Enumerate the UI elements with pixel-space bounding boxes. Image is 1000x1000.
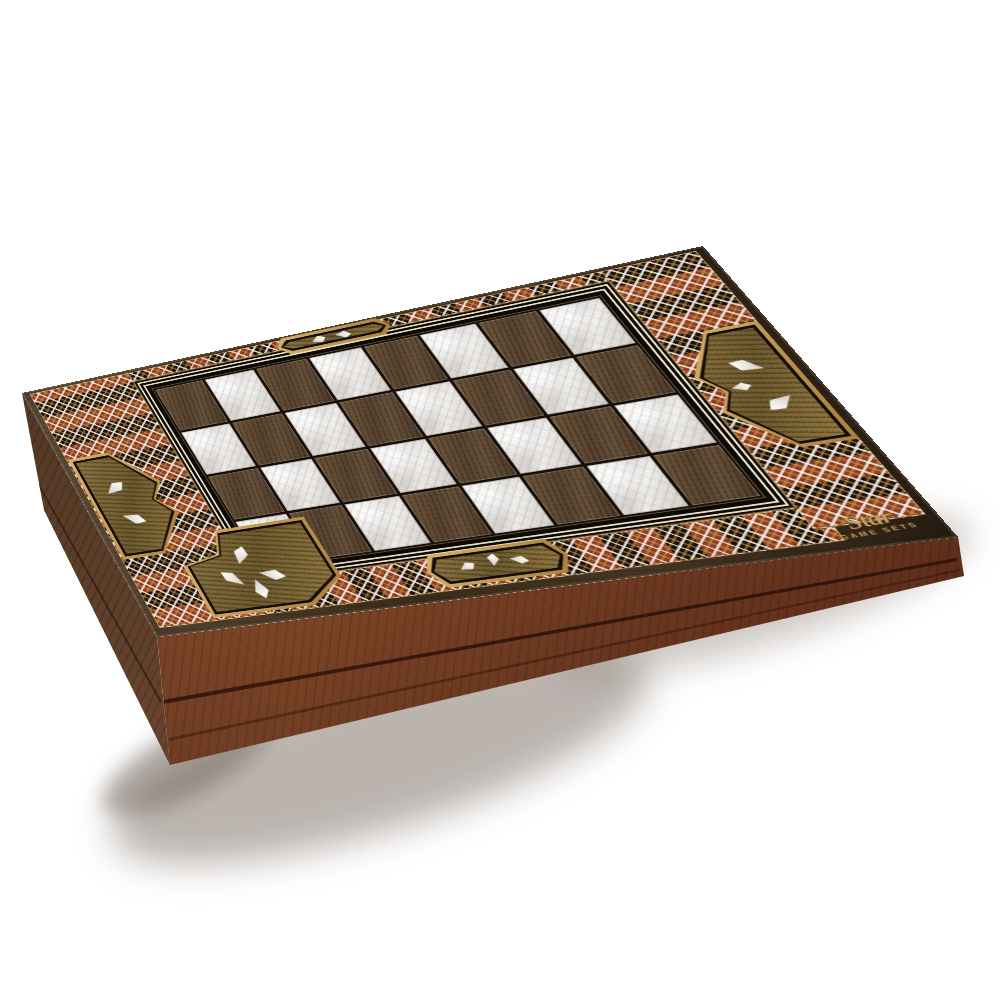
- pearl-inlay: [728, 358, 765, 374]
- pearl-inlay: [729, 381, 755, 392]
- pearl-inlay: [232, 545, 248, 566]
- pearl-inlay: [486, 553, 500, 567]
- pearl-inlay: [122, 511, 147, 526]
- pearl-inlay: [248, 578, 273, 599]
- pearl-inlay: [258, 568, 286, 582]
- scene: Star GAME SETS: [0, 0, 1000, 1000]
- pearl-inlay: [334, 330, 353, 338]
- pearl-inlay: [218, 568, 248, 588]
- pearl-inlay: [509, 555, 530, 565]
- pearl-inlay: [309, 334, 328, 345]
- pearl-inlay: [762, 391, 798, 414]
- pearl-inlay: [457, 560, 479, 573]
- product-photo: { "meta": { "description": "Product phot…: [0, 0, 1000, 1000]
- pearl-inlay: [103, 479, 127, 498]
